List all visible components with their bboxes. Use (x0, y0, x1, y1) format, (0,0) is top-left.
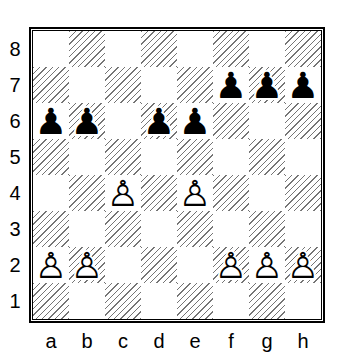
white-pawn-glyph: ♙ (33, 247, 69, 283)
white-pawn-glyph: ♙ (285, 247, 321, 283)
square-b8[interactable] (69, 31, 105, 67)
board-grid: ♟♟♟♟♟♟♟♟♟♟♟♟♟♟♟♙♟♙♟♙♟♙♟♙♟♙♟♙ (33, 31, 321, 319)
square-f8[interactable] (213, 31, 249, 67)
white-pawn-glyph: ♙ (213, 247, 249, 283)
square-g3[interactable] (249, 211, 285, 247)
square-h6[interactable] (285, 103, 321, 139)
board-inner-border: ♟♟♟♟♟♟♟♟♟♟♟♟♟♟♟♙♟♙♟♙♟♙♟♙♟♙♟♙ (32, 30, 322, 320)
file-label-h: h (285, 329, 321, 353)
piece-white-pawn-c4[interactable]: ♟♙ (105, 175, 141, 211)
black-pawn-glyph: ♟ (249, 67, 285, 103)
square-d5[interactable] (141, 139, 177, 175)
square-b1[interactable] (69, 283, 105, 319)
square-f4[interactable] (213, 175, 249, 211)
square-d1[interactable] (141, 283, 177, 319)
piece-black-pawn-g7[interactable]: ♟♟ (249, 67, 285, 103)
piece-black-pawn-a6[interactable]: ♟♟ (33, 103, 69, 139)
white-pawn-glyph: ♙ (69, 247, 105, 283)
square-a6[interactable]: ♟♟ (33, 103, 69, 139)
black-pawn-glyph: ♟ (33, 103, 69, 139)
file-label-a: a (33, 329, 69, 353)
square-c6[interactable] (105, 103, 141, 139)
rank-label-4: 4 (2, 175, 28, 211)
square-a7[interactable] (33, 67, 69, 103)
chess-board: ♟♟♟♟♟♟♟♟♟♟♟♟♟♟♟♙♟♙♟♙♟♙♟♙♟♙♟♙ (29, 27, 325, 323)
piece-white-pawn-h2[interactable]: ♟♙ (285, 247, 321, 283)
square-c3[interactable] (105, 211, 141, 247)
square-g6[interactable] (249, 103, 285, 139)
piece-white-pawn-e4[interactable]: ♟♙ (177, 175, 213, 211)
square-d8[interactable] (141, 31, 177, 67)
square-c1[interactable] (105, 283, 141, 319)
black-pawn-glyph: ♟ (213, 67, 249, 103)
black-pawn-glyph: ♟ (141, 103, 177, 139)
square-e2[interactable] (177, 247, 213, 283)
piece-black-pawn-e6[interactable]: ♟♟ (177, 103, 213, 139)
chess-diagram: 87654321 ♟♟♟♟♟♟♟♟♟♟♟♟♟♟♟♙♟♙♟♙♟♙♟♙♟♙♟♙ ab… (0, 0, 360, 360)
square-f2[interactable]: ♟♙ (213, 247, 249, 283)
square-g2[interactable]: ♟♙ (249, 247, 285, 283)
file-label-e: e (177, 329, 213, 353)
square-c4[interactable]: ♟♙ (105, 175, 141, 211)
square-e1[interactable] (177, 283, 213, 319)
rank-label-2: 2 (2, 247, 28, 283)
white-pawn-glyph: ♙ (177, 175, 213, 211)
square-e4[interactable]: ♟♙ (177, 175, 213, 211)
file-label-d: d (141, 329, 177, 353)
square-c8[interactable] (105, 31, 141, 67)
square-h2[interactable]: ♟♙ (285, 247, 321, 283)
square-a5[interactable] (33, 139, 69, 175)
white-pawn-glyph: ♙ (249, 247, 285, 283)
square-a8[interactable] (33, 31, 69, 67)
rank-label-1: 1 (2, 283, 28, 319)
square-d6[interactable]: ♟♟ (141, 103, 177, 139)
square-d7[interactable] (141, 67, 177, 103)
rank-label-8: 8 (2, 31, 28, 67)
square-d4[interactable] (141, 175, 177, 211)
square-g1[interactable] (249, 283, 285, 319)
square-g4[interactable] (249, 175, 285, 211)
square-d2[interactable] (141, 247, 177, 283)
piece-white-pawn-f2[interactable]: ♟♙ (213, 247, 249, 283)
file-label-b: b (69, 329, 105, 353)
square-b2[interactable]: ♟♙ (69, 247, 105, 283)
square-a2[interactable]: ♟♙ (33, 247, 69, 283)
square-f1[interactable] (213, 283, 249, 319)
square-e8[interactable] (177, 31, 213, 67)
black-pawn-glyph: ♟ (285, 67, 321, 103)
piece-black-pawn-f7[interactable]: ♟♟ (213, 67, 249, 103)
square-h8[interactable] (285, 31, 321, 67)
square-e5[interactable] (177, 139, 213, 175)
piece-black-pawn-d6[interactable]: ♟♟ (141, 103, 177, 139)
rank-label-7: 7 (2, 67, 28, 103)
square-f6[interactable] (213, 103, 249, 139)
square-a1[interactable] (33, 283, 69, 319)
square-c5[interactable] (105, 139, 141, 175)
square-b5[interactable] (69, 139, 105, 175)
black-pawn-glyph: ♟ (69, 103, 105, 139)
rank-label-3: 3 (2, 211, 28, 247)
square-h4[interactable] (285, 175, 321, 211)
rank-label-5: 5 (2, 139, 28, 175)
square-c2[interactable] (105, 247, 141, 283)
file-label-f: f (213, 329, 249, 353)
square-g5[interactable] (249, 139, 285, 175)
square-b4[interactable] (69, 175, 105, 211)
square-f7[interactable]: ♟♟ (213, 67, 249, 103)
piece-white-pawn-a2[interactable]: ♟♙ (33, 247, 69, 283)
square-e6[interactable]: ♟♟ (177, 103, 213, 139)
white-pawn-glyph: ♙ (105, 175, 141, 211)
square-h3[interactable] (285, 211, 321, 247)
file-label-g: g (249, 329, 285, 353)
square-e3[interactable] (177, 211, 213, 247)
square-b6[interactable]: ♟♟ (69, 103, 105, 139)
square-b3[interactable] (69, 211, 105, 247)
square-d3[interactable] (141, 211, 177, 247)
square-g7[interactable]: ♟♟ (249, 67, 285, 103)
square-f3[interactable] (213, 211, 249, 247)
square-c7[interactable] (105, 67, 141, 103)
square-a3[interactable] (33, 211, 69, 247)
piece-black-pawn-h7[interactable]: ♟♟ (285, 67, 321, 103)
piece-white-pawn-b2[interactable]: ♟♙ (69, 247, 105, 283)
square-a4[interactable] (33, 175, 69, 211)
file-label-c: c (105, 329, 141, 353)
square-h5[interactable] (285, 139, 321, 175)
piece-black-pawn-b6[interactable]: ♟♟ (69, 103, 105, 139)
square-e7[interactable] (177, 67, 213, 103)
square-g8[interactable] (249, 31, 285, 67)
square-b7[interactable] (69, 67, 105, 103)
square-f5[interactable] (213, 139, 249, 175)
rank-label-6: 6 (2, 103, 28, 139)
black-pawn-glyph: ♟ (177, 103, 213, 139)
piece-white-pawn-g2[interactable]: ♟♙ (249, 247, 285, 283)
square-h1[interactable] (285, 283, 321, 319)
square-h7[interactable]: ♟♟ (285, 67, 321, 103)
